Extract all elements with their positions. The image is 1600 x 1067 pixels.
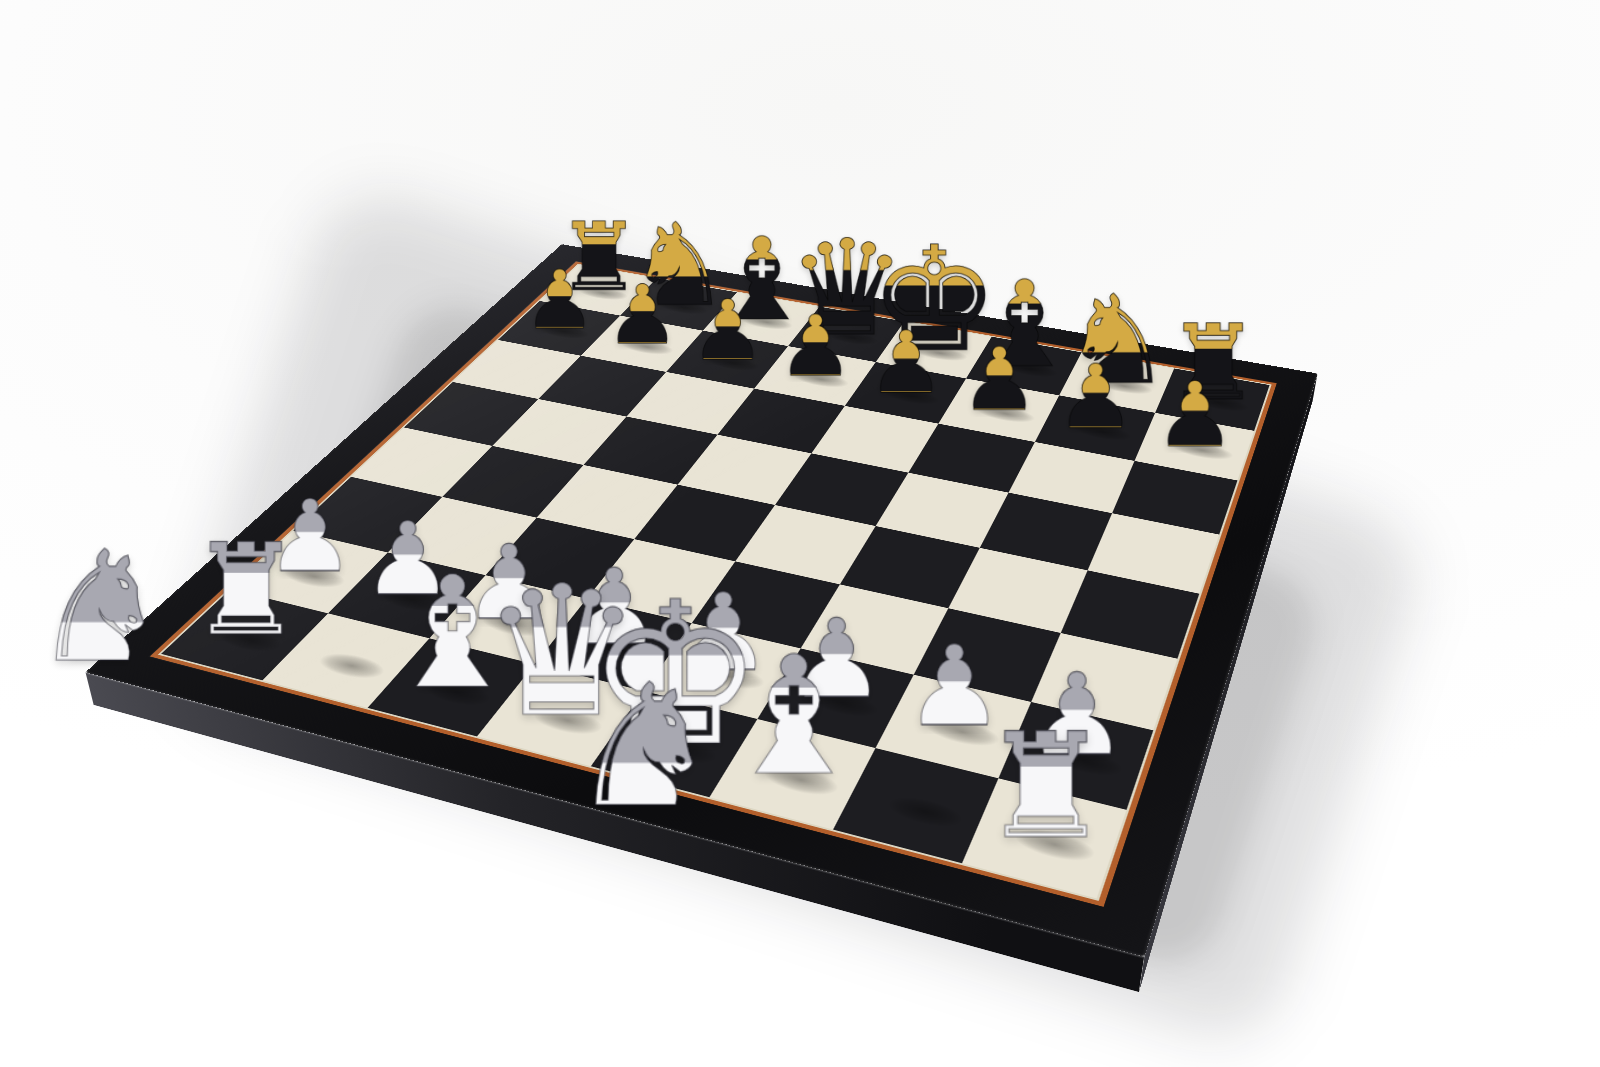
chess-board: ♜♞♝♛♚♝♞♜♟♟♟♟♟♟♟♟♟♟♟♟♟♟♟♟♜♞♝♛♚♝♞♜ xyxy=(86,244,1318,957)
piece-white-knight-b1[interactable]: ♞ xyxy=(0,531,223,684)
piece-white-knight-g1[interactable]: ♞ xyxy=(507,662,780,831)
scene: ♜♞♝♛♚♝♞♜♟♟♟♟♟♟♟♟♟♟♟♟♟♟♟♟♜♞♝♛♚♝♞♜ xyxy=(0,0,1600,1067)
